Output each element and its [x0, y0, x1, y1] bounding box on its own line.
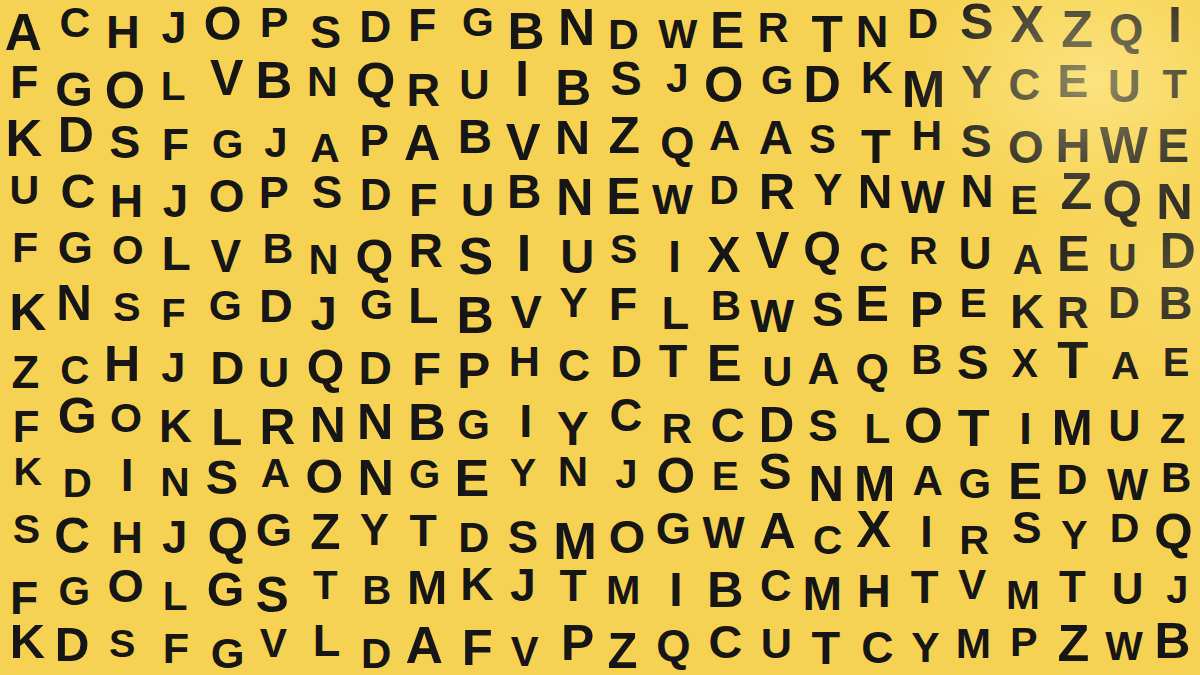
grid-cell-r1c12[interactable]: N — [549, 0, 605, 58]
grid-cell-r6c23[interactable]: D — [1100, 276, 1148, 330]
grid-cell-r3c12[interactable]: N — [546, 107, 599, 167]
grid-cell-r2c11[interactable]: I — [495, 49, 549, 109]
grid-cell-r2c9[interactable]: R — [398, 61, 449, 118]
grid-cell-r6c13[interactable]: F — [598, 275, 649, 332]
grid-cell-r12c15[interactable]: C — [700, 613, 751, 670]
grid-cell-r10c8[interactable]: Y — [351, 503, 398, 556]
grid-cell-r1c10[interactable]: G — [456, 0, 500, 47]
grid-cell-r4c15[interactable]: D — [702, 165, 747, 215]
grid-cell-r3c10[interactable]: B — [449, 107, 501, 165]
grid-cell-r8c11[interactable]: I — [500, 392, 551, 450]
grid-cell-r9c8[interactable]: N — [348, 447, 403, 509]
grid-cell-r7c1[interactable]: Z — [1, 344, 50, 400]
grid-cell-r12c4[interactable]: F — [153, 621, 200, 674]
grid-cell-r12c5[interactable]: G — [204, 627, 251, 675]
grid-cell-r7c4[interactable]: J — [150, 340, 197, 393]
grid-cell-r10c6[interactable]: G — [248, 501, 299, 558]
grid-cell-r9c14[interactable]: O — [649, 446, 703, 507]
grid-cell-r6c18[interactable]: E — [845, 273, 900, 335]
grid-cell-r12c14[interactable]: Q — [649, 618, 697, 672]
grid-cell-r4c10[interactable]: U — [452, 171, 503, 228]
grid-cell-r3c20[interactable]: S — [951, 112, 1002, 169]
grid-cell-r2c13[interactable]: S — [600, 50, 651, 108]
grid-cell-r4c11[interactable]: B — [498, 162, 550, 220]
grid-cell-r9c16[interactable]: S — [748, 441, 802, 502]
grid-cell-r12c9[interactable]: A — [396, 614, 452, 675]
grid-cell-r9c3[interactable]: I — [102, 447, 152, 503]
grid-cell-r8c9[interactable]: B — [398, 390, 455, 454]
grid-cell-r7c11[interactable]: H — [501, 335, 548, 388]
grid-cell-r10c17[interactable]: C — [806, 516, 850, 566]
grid-cell-r10c18[interactable]: X — [845, 497, 902, 561]
grid-cell-r9c7[interactable]: O — [298, 447, 351, 506]
grid-cell-r4c21[interactable]: E — [1002, 175, 1047, 226]
grid-cell-r4c3[interactable]: H — [101, 173, 151, 230]
grid-cell-r2c22[interactable]: E — [1047, 53, 1098, 110]
grid-cell-r7c22[interactable]: T — [1045, 329, 1100, 391]
grid-cell-r1c3[interactable]: H — [98, 3, 149, 60]
grid-cell-r7c14[interactable]: T — [648, 332, 699, 389]
grid-cell-r5c14[interactable]: I — [650, 229, 699, 284]
grid-cell-r7c23[interactable]: A — [1104, 340, 1147, 389]
grid-cell-r1c23[interactable]: Q — [1102, 2, 1150, 56]
grid-cell-r2c4[interactable]: L — [151, 61, 195, 111]
grid-cell-r4c4[interactable]: J — [151, 173, 201, 229]
grid-cell-r8c15[interactable]: C — [702, 396, 754, 454]
grid-cell-r11c15[interactable]: B — [698, 558, 753, 620]
grid-cell-r10c16[interactable]: A — [750, 500, 805, 562]
grid-cell-r12c16[interactable]: U — [753, 616, 800, 669]
grid-cell-r5c24[interactable]: D — [1150, 220, 1200, 282]
grid-cell-r2c24[interactable]: T — [1153, 60, 1196, 109]
grid-cell-r1c7[interactable]: S — [300, 3, 351, 60]
grid-cell-r4c7[interactable]: S — [302, 164, 352, 220]
grid-cell-r4c23[interactable]: Q — [1095, 168, 1150, 230]
grid-cell-r6c3[interactable]: S — [104, 282, 149, 333]
grid-cell-r11c12[interactable]: T — [549, 558, 597, 612]
grid-cell-r8c2[interactable]: G — [50, 384, 105, 445]
grid-cell-r10c22[interactable]: Y — [1053, 511, 1096, 560]
grid-cell-r4c8[interactable]: D — [352, 168, 400, 222]
grid-cell-r7c24[interactable]: E — [1154, 337, 1197, 386]
grid-cell-r9c9[interactable]: G — [403, 450, 447, 499]
grid-cell-r2c15[interactable]: O — [696, 54, 751, 116]
grid-cell-r5c23[interactable]: U — [1101, 233, 1144, 282]
grid-cell-r2c18[interactable]: K — [853, 51, 901, 105]
grid-cell-r4c17[interactable]: Y — [804, 163, 852, 216]
grid-cell-r10c4[interactable]: J — [150, 509, 200, 565]
grid-cell-r10c13[interactable]: O — [602, 508, 653, 565]
grid-cell-r12c24[interactable]: B — [1145, 610, 1199, 671]
grid-cell-r6c11[interactable]: V — [501, 283, 552, 340]
grid-cell-r10c9[interactable]: T — [399, 503, 448, 558]
grid-cell-r1c16[interactable]: R — [750, 1, 797, 54]
grid-cell-r4c20[interactable]: N — [952, 163, 1002, 219]
grid-cell-r3c3[interactable]: S — [100, 113, 151, 170]
grid-cell-r6c19[interactable]: P — [899, 279, 954, 340]
grid-cell-r4c14[interactable]: W — [649, 173, 696, 226]
grid-cell-r8c19[interactable]: O — [896, 395, 950, 456]
grid-cell-r5c20[interactable]: U — [950, 225, 1000, 281]
grid-cell-r11c23[interactable]: U — [1104, 561, 1152, 615]
grid-cell-r2c21[interactable]: C — [1001, 59, 1049, 113]
grid-cell-r11c17[interactable]: M — [796, 564, 848, 622]
grid-cell-r3c13[interactable]: Z — [596, 103, 652, 166]
grid-cell-r5c22[interactable]: E — [1047, 224, 1100, 284]
grid-cell-r8c8[interactable]: N — [348, 391, 403, 453]
grid-cell-r12c3[interactable]: S — [101, 619, 144, 667]
grid-cell-r12c8[interactable]: D — [353, 628, 399, 675]
grid-cell-r11c8[interactable]: B — [355, 565, 399, 614]
grid-cell-r7c18[interactable]: Q — [849, 342, 896, 394]
grid-cell-r5c6[interactable]: B — [255, 222, 301, 274]
grid-cell-r7c19[interactable]: B — [903, 332, 950, 385]
grid-cell-r1c5[interactable]: O — [196, 0, 249, 53]
grid-cell-r9c1[interactable]: K — [6, 447, 49, 495]
grid-cell-r11c10[interactable]: K — [452, 556, 502, 612]
grid-cell-r12c18[interactable]: C — [853, 620, 902, 675]
grid-cell-r9c5[interactable]: S — [196, 447, 249, 507]
grid-cell-r5c4[interactable]: L — [150, 224, 202, 283]
grid-cell-r9c4[interactable]: N — [153, 457, 197, 507]
grid-cell-r5c9[interactable]: R — [400, 222, 452, 280]
grid-cell-r10c24[interactable]: Q — [1147, 502, 1200, 562]
grid-cell-r2c8[interactable]: Q — [348, 50, 403, 112]
grid-cell-r7c8[interactable]: D — [350, 339, 400, 396]
grid-cell-r10c2[interactable]: C — [45, 506, 99, 567]
grid-cell-r8c18[interactable]: L — [854, 402, 900, 454]
grid-cell-r2c7[interactable]: N — [299, 55, 345, 107]
grid-cell-r12c23[interactable]: W — [1102, 621, 1145, 670]
grid-cell-r11c18[interactable]: H — [848, 561, 899, 618]
grid-cell-r2c10[interactable]: U — [452, 59, 498, 110]
grid-cell-r11c20[interactable]: V — [949, 558, 995, 609]
grid-cell-r8c22[interactable]: M — [1046, 398, 1099, 458]
grid-cell-r8c20[interactable]: T — [945, 395, 1002, 459]
grid-cell-r10c21[interactable]: S — [1003, 500, 1051, 554]
grid-cell-r7c5[interactable]: D — [202, 339, 253, 396]
word-search-board: ACHJOPSDFGBNDWERTNDSXZQIFGOLVBNQRUIBSJOG… — [0, 0, 1200, 675]
grid-cell-r6c6[interactable]: D — [250, 278, 301, 335]
grid-cell-r11c21[interactable]: M — [1001, 569, 1045, 619]
grid-cell-r3c4[interactable]: F — [151, 116, 200, 171]
grid-cell-r2c14[interactable]: J — [655, 53, 699, 103]
grid-cell-r3c16[interactable]: A — [750, 108, 801, 166]
grid-cell-r7c20[interactable]: S — [947, 334, 999, 392]
grid-cell-r7c9[interactable]: F — [401, 339, 452, 396]
grid-cell-r5c11[interactable]: I — [495, 221, 552, 285]
grid-cell-r10c7[interactable]: Z — [298, 502, 352, 563]
grid-cell-r9c19[interactable]: A — [905, 455, 951, 506]
grid-cell-r11c5[interactable]: G — [199, 559, 252, 618]
grid-cell-r1c21[interactable]: X — [1000, 0, 1055, 56]
grid-cell-r10c14[interactable]: G — [649, 501, 698, 556]
grid-cell-r1c2[interactable]: C — [52, 0, 98, 48]
grid-cell-r7c15[interactable]: E — [696, 331, 753, 395]
grid-cell-r6c9[interactable]: L — [396, 276, 450, 337]
grid-cell-r1c15[interactable]: E — [699, 0, 755, 61]
grid-cell-r11c7[interactable]: T — [303, 560, 347, 609]
grid-cell-r8c4[interactable]: K — [151, 398, 201, 454]
grid-cell-r6c7[interactable]: J — [298, 285, 349, 343]
grid-cell-r11c6[interactable]: S — [245, 564, 299, 624]
grid-cell-r6c5[interactable]: G — [202, 280, 248, 332]
grid-cell-r12c19[interactable]: Y — [902, 621, 948, 673]
grid-cell-r8c24[interactable]: Z — [1150, 403, 1196, 455]
grid-cell-r5c21[interactable]: A — [1005, 234, 1050, 285]
grid-cell-r12c6[interactable]: V — [251, 618, 296, 668]
grid-cell-r5c3[interactable]: O — [106, 225, 150, 275]
grid-cell-r9c6[interactable]: A — [253, 448, 297, 498]
grid-cell-r9c2[interactable]: D — [55, 458, 99, 507]
grid-cell-r12c21[interactable]: P — [1001, 616, 1046, 667]
grid-cell-r12c20[interactable]: M — [950, 617, 996, 669]
grid-cell-r5c16[interactable]: V — [745, 219, 800, 281]
grid-cell-r2c20[interactable]: Y — [951, 53, 1002, 110]
grid-cell-r12c17[interactable]: T — [800, 618, 851, 675]
grid-cell-r10c15[interactable]: W — [699, 506, 748, 561]
grid-cell-r7c13[interactable]: D — [603, 334, 650, 387]
grid-cell-r4c16[interactable]: R — [750, 161, 805, 222]
grid-cell-r9c12[interactable]: N — [550, 446, 596, 497]
grid-cell-r11c24[interactable]: J — [1156, 564, 1199, 612]
grid-cell-r11c11[interactable]: J — [498, 556, 548, 613]
grid-cell-r8c1[interactable]: F — [2, 400, 50, 453]
grid-cell-r12c22[interactable]: Z — [1045, 611, 1102, 675]
grid-cell-r1c14[interactable]: W — [655, 8, 700, 59]
grid-cell-r7c16[interactable]: U — [755, 346, 800, 397]
grid-cell-r5c1[interactable]: F — [2, 221, 49, 273]
grid-cell-r5c15[interactable]: X — [696, 224, 751, 286]
grid-cell-r12c13[interactable]: Z — [596, 621, 649, 675]
grid-cell-r5c17[interactable]: Q — [796, 218, 849, 277]
grid-cell-r11c3[interactable]: O — [100, 557, 151, 614]
grid-cell-r7c7[interactable]: Q — [299, 336, 351, 395]
grid-cell-r6c2[interactable]: N — [47, 273, 101, 333]
grid-cell-r6c8[interactable]: G — [353, 278, 399, 330]
grid-cell-r8c23[interactable]: U — [1100, 398, 1149, 453]
grid-cell-r11c13[interactable]: M — [601, 564, 646, 614]
grid-cell-r2c17[interactable]: D — [794, 52, 851, 116]
grid-cell-r4c1[interactable]: U — [2, 165, 47, 215]
grid-cell-r3c1[interactable]: K — [0, 107, 52, 169]
grid-cell-r1c8[interactable]: D — [351, 0, 399, 54]
grid-cell-r7c17[interactable]: A — [799, 342, 847, 396]
grid-cell-r6c4[interactable]: F — [152, 289, 195, 338]
grid-cell-r1c19[interactable]: D — [900, 0, 947, 49]
grid-cell-r4c19[interactable]: W — [898, 168, 949, 225]
grid-cell-r3c8[interactable]: P — [350, 114, 398, 168]
grid-cell-r1c24[interactable]: I — [1148, 0, 1200, 55]
grid-cell-r9c22[interactable]: D — [1049, 453, 1096, 505]
grid-cell-r4c5[interactable]: O — [202, 168, 252, 224]
grid-cell-r6c24[interactable]: B — [1150, 274, 1200, 332]
grid-cell-r3c15[interactable]: A — [701, 109, 748, 162]
grid-cell-r3c19[interactable]: H — [904, 109, 950, 161]
grid-cell-r9c13[interactable]: J — [605, 450, 648, 499]
grid-cell-r8c3[interactable]: O — [104, 392, 149, 442]
grid-cell-r10c23[interactable]: D — [1102, 503, 1147, 553]
grid-cell-r11c16[interactable]: C — [752, 559, 799, 612]
grid-cell-r10c19[interactable]: I — [902, 504, 950, 559]
grid-cell-r5c7[interactable]: N — [301, 234, 346, 285]
grid-cell-r6c16[interactable]: W — [747, 287, 798, 344]
grid-cell-r6c15[interactable]: B — [703, 280, 749, 331]
grid-cell-r7c6[interactable]: U — [250, 346, 297, 399]
grid-cell-r6c20[interactable]: E — [951, 278, 996, 328]
grid-cell-r11c19[interactable]: T — [900, 559, 949, 615]
grid-cell-r12c2[interactable]: D — [46, 615, 98, 674]
grid-cell-r11c9[interactable]: M — [401, 557, 454, 616]
grid-cell-r2c6[interactable]: B — [246, 49, 301, 111]
grid-cell-r6c12[interactable]: Y — [550, 276, 596, 328]
grid-cell-r1c4[interactable]: J — [150, 0, 199, 55]
grid-cell-r4c2[interactable]: C — [52, 161, 105, 220]
grid-cell-r5c13[interactable]: S — [601, 224, 646, 274]
grid-cell-r9c15[interactable]: E — [703, 451, 747, 501]
grid-cell-r9c20[interactable]: G — [952, 458, 998, 509]
grid-cell-r5c5[interactable]: V — [201, 228, 251, 284]
grid-cell-r8c10[interactable]: G — [451, 398, 497, 449]
grid-cell-r5c8[interactable]: Q — [348, 226, 401, 285]
grid-cell-r12c10[interactable]: F — [450, 616, 505, 675]
grid-cell-r9c24[interactable]: B — [1153, 452, 1199, 503]
grid-cell-r12c11[interactable]: V — [502, 626, 547, 675]
grid-cell-r11c14[interactable]: I — [649, 559, 702, 619]
grid-cell-r4c18[interactable]: N — [849, 161, 901, 220]
grid-cell-r3c2[interactable]: D — [49, 104, 104, 165]
grid-cell-r3c5[interactable]: G — [206, 119, 250, 168]
grid-cell-r3c6[interactable]: J — [253, 116, 299, 167]
letter-grid: ACHJOPSDFGBNDWERTNDSXZQIFGOLVBNQRUIBSJOG… — [0, 0, 1200, 675]
grid-cell-r1c20[interactable]: S — [949, 0, 1004, 52]
grid-cell-r4c13[interactable]: E — [595, 164, 651, 227]
grid-cell-r5c2[interactable]: G — [51, 220, 100, 275]
grid-cell-r8c17[interactable]: S — [799, 398, 847, 452]
grid-cell-r3c14[interactable]: Q — [653, 115, 701, 169]
grid-cell-r7c21[interactable]: X — [1003, 338, 1046, 387]
grid-cell-r3c21[interactable]: O — [1001, 119, 1051, 175]
grid-cell-r4c6[interactable]: P — [249, 165, 298, 220]
grid-cell-r9c10[interactable]: E — [444, 447, 501, 511]
grid-cell-r10c1[interactable]: S — [4, 503, 49, 553]
grid-cell-r1c9[interactable]: F — [397, 0, 447, 54]
grid-cell-r3c24[interactable]: E — [1147, 116, 1199, 175]
grid-cell-r5c19[interactable]: R — [902, 226, 945, 274]
grid-cell-r12c7[interactable]: L — [302, 613, 351, 668]
grid-cell-r11c22[interactable]: T — [1049, 559, 1097, 613]
grid-cell-r2c1[interactable]: F — [0, 54, 49, 111]
grid-cell-r11c2[interactable]: G — [52, 566, 96, 616]
grid-cell-r4c9[interactable]: F — [398, 171, 449, 228]
grid-cell-r9c11[interactable]: Y — [502, 448, 545, 496]
grid-cell-r8c21[interactable]: I — [1001, 401, 1050, 456]
grid-cell-r11c4[interactable]: L — [153, 570, 197, 620]
grid-cell-r6c10[interactable]: B — [447, 284, 503, 347]
grid-cell-r1c6[interactable]: P — [251, 0, 298, 48]
grid-cell-r2c23[interactable]: U — [1099, 59, 1149, 115]
grid-cell-r7c12[interactable]: C — [550, 338, 599, 393]
grid-cell-r8c13[interactable]: C — [601, 387, 650, 443]
grid-cell-r3c9[interactable]: A — [395, 111, 450, 173]
grid-cell-r3c17[interactable]: S — [801, 114, 845, 163]
